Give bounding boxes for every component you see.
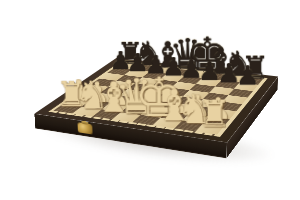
cell-c3 [110,96,137,105]
piece-black-rook-h8: ♜ [241,55,260,82]
brass-clasp [78,122,93,134]
folding-chessboard: ♜♞♝♛♚♝♞♜♟♟♟♟♟♟♟♟♟♟♟♟♟♟♟♟♜♞♝♛♚♝♞♜ [34,58,278,143]
piece-black-rook-a8: ♜ [117,41,135,66]
cell-c2: ♟ [101,102,129,112]
perspective-scene: ♜♞♝♛♚♝♞♜♟♟♟♟♟♟♟♟♟♟♟♟♟♟♟♟♜♞♝♛♚♝♞♜ [0,0,300,200]
piece-white-rook-a1: ♜ [56,80,77,110]
chess-set-photo: ♜♞♝♛♚♝♞♜♟♟♟♟♟♟♟♟♟♟♟♟♟♟♟♟♜♞♝♛♚♝♞♜ [0,0,300,200]
